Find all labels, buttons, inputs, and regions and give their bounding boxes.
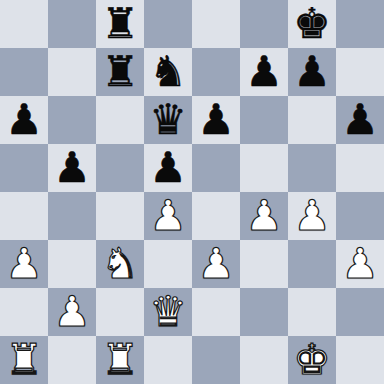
square-c8[interactable]: ♜ [96,0,144,48]
piece-black-knight[interactable]: ♞ [149,48,187,96]
square-b5[interactable]: ♟ [48,144,96,192]
square-a6[interactable]: ♟ [0,96,48,144]
piece-black-pawn[interactable]: ♟ [149,144,187,192]
square-c1[interactable]: ♜ [96,336,144,384]
piece-black-queen[interactable]: ♛ [149,96,187,144]
square-g2[interactable] [288,288,336,336]
square-e8[interactable] [192,0,240,48]
square-b8[interactable] [48,0,96,48]
piece-black-king[interactable]: ♚ [293,0,331,48]
square-d4[interactable]: ♟ [144,192,192,240]
piece-white-knight[interactable]: ♞ [101,240,139,288]
piece-black-rook[interactable]: ♜ [101,0,139,48]
square-e2[interactable] [192,288,240,336]
piece-white-king[interactable]: ♚ [293,336,331,384]
square-a1[interactable]: ♜ [0,336,48,384]
square-a2[interactable] [0,288,48,336]
square-h7[interactable] [336,48,384,96]
piece-white-pawn[interactable]: ♟ [197,240,235,288]
square-f7[interactable]: ♟ [240,48,288,96]
piece-black-rook[interactable]: ♜ [101,48,139,96]
square-g5[interactable] [288,144,336,192]
square-h5[interactable] [336,144,384,192]
piece-black-pawn[interactable]: ♟ [197,96,235,144]
square-b4[interactable] [48,192,96,240]
piece-white-queen[interactable]: ♛ [149,288,187,336]
square-b6[interactable] [48,96,96,144]
square-f8[interactable] [240,0,288,48]
square-g3[interactable] [288,240,336,288]
piece-black-pawn[interactable]: ♟ [53,144,91,192]
square-h3[interactable]: ♟ [336,240,384,288]
square-a5[interactable] [0,144,48,192]
square-h8[interactable] [336,0,384,48]
square-d1[interactable] [144,336,192,384]
square-a4[interactable] [0,192,48,240]
square-e6[interactable]: ♟ [192,96,240,144]
piece-white-pawn[interactable]: ♟ [341,240,379,288]
square-g1[interactable]: ♚ [288,336,336,384]
square-g4[interactable]: ♟ [288,192,336,240]
square-b7[interactable] [48,48,96,96]
square-d8[interactable] [144,0,192,48]
square-c7[interactable]: ♜ [96,48,144,96]
square-e5[interactable] [192,144,240,192]
square-c6[interactable] [96,96,144,144]
piece-white-pawn[interactable]: ♟ [149,192,187,240]
square-f4[interactable]: ♟ [240,192,288,240]
square-d3[interactable] [144,240,192,288]
square-d7[interactable]: ♞ [144,48,192,96]
square-g7[interactable]: ♟ [288,48,336,96]
piece-black-pawn[interactable]: ♟ [341,96,379,144]
square-e4[interactable] [192,192,240,240]
chess-board: ♜♚♜♞♟♟♟♛♟♟♟♟♟♟♟♟♞♟♟♟♛♜♜♚ [0,0,384,384]
piece-black-pawn[interactable]: ♟ [5,96,43,144]
piece-black-pawn[interactable]: ♟ [245,48,283,96]
square-f3[interactable] [240,240,288,288]
square-b2[interactable]: ♟ [48,288,96,336]
piece-white-rook[interactable]: ♜ [5,336,43,384]
square-f6[interactable] [240,96,288,144]
square-g8[interactable]: ♚ [288,0,336,48]
square-h6[interactable]: ♟ [336,96,384,144]
piece-white-pawn[interactable]: ♟ [53,288,91,336]
square-b3[interactable] [48,240,96,288]
square-f1[interactable] [240,336,288,384]
square-c3[interactable]: ♞ [96,240,144,288]
square-f2[interactable] [240,288,288,336]
square-h1[interactable] [336,336,384,384]
square-e7[interactable] [192,48,240,96]
square-e3[interactable]: ♟ [192,240,240,288]
square-c2[interactable] [96,288,144,336]
square-a8[interactable] [0,0,48,48]
piece-black-pawn[interactable]: ♟ [293,48,331,96]
square-a3[interactable]: ♟ [0,240,48,288]
square-b1[interactable] [48,336,96,384]
square-h4[interactable] [336,192,384,240]
square-g6[interactable] [288,96,336,144]
piece-white-pawn[interactable]: ♟ [245,192,283,240]
square-d2[interactable]: ♛ [144,288,192,336]
square-c5[interactable] [96,144,144,192]
square-d6[interactable]: ♛ [144,96,192,144]
square-c4[interactable] [96,192,144,240]
square-f5[interactable] [240,144,288,192]
square-e1[interactable] [192,336,240,384]
square-h2[interactable] [336,288,384,336]
square-d5[interactable]: ♟ [144,144,192,192]
piece-white-rook[interactable]: ♜ [101,336,139,384]
square-a7[interactable] [0,48,48,96]
piece-white-pawn[interactable]: ♟ [5,240,43,288]
piece-white-pawn[interactable]: ♟ [293,192,331,240]
